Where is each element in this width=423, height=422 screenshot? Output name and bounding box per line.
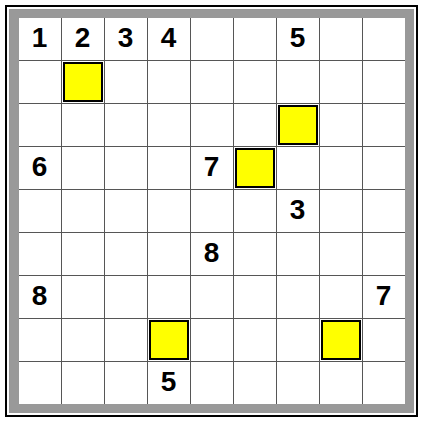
cell-r4c7[interactable] [277, 147, 319, 189]
cell-r3c5[interactable] [191, 104, 233, 146]
clue-number: 5 [290, 24, 306, 52]
puzzle-inner-frame: 123456738875 [9, 9, 414, 413]
clue-number: 7 [376, 282, 392, 310]
cell-r7c5[interactable] [191, 276, 233, 318]
cell-r5c2[interactable] [62, 190, 104, 232]
cell-r5c8[interactable] [320, 190, 362, 232]
cell-r6c8[interactable] [320, 233, 362, 275]
cell-r6c5[interactable]: 8 [191, 233, 233, 275]
cell-r2c2[interactable] [62, 61, 104, 103]
cell-r4c1[interactable]: 6 [19, 147, 61, 189]
cell-r4c3[interactable] [105, 147, 147, 189]
cell-r1c8[interactable] [320, 18, 362, 60]
cell-r5c3[interactable] [105, 190, 147, 232]
cell-r9c6[interactable] [234, 362, 276, 404]
cell-r3c3[interactable] [105, 104, 147, 146]
clue-number: 4 [161, 24, 177, 52]
cell-r7c6[interactable] [234, 276, 276, 318]
cell-r1c5[interactable] [191, 18, 233, 60]
cell-r3c6[interactable] [234, 104, 276, 146]
yellow-highlight-square [235, 148, 275, 188]
clue-number: 5 [161, 368, 177, 396]
cell-r9c2[interactable] [62, 362, 104, 404]
cell-r7c8[interactable] [320, 276, 362, 318]
cell-r2c9[interactable] [363, 61, 405, 103]
clue-number: 6 [32, 153, 48, 181]
cell-r5c1[interactable] [19, 190, 61, 232]
cell-r3c2[interactable] [62, 104, 104, 146]
cell-r5c5[interactable] [191, 190, 233, 232]
cell-r6c7[interactable] [277, 233, 319, 275]
puzzle-outer-frame: 123456738875 [5, 5, 418, 417]
cell-r1c6[interactable] [234, 18, 276, 60]
clue-number: 2 [75, 24, 91, 52]
puzzle-board: 123456738875 [19, 18, 405, 404]
cell-r3c4[interactable] [148, 104, 190, 146]
cell-r4c5[interactable]: 7 [191, 147, 233, 189]
cell-r7c2[interactable] [62, 276, 104, 318]
cell-r6c1[interactable] [19, 233, 61, 275]
cell-r7c4[interactable] [148, 276, 190, 318]
cell-r8c7[interactable] [277, 319, 319, 361]
cell-r1c2[interactable]: 2 [62, 18, 104, 60]
cell-r5c9[interactable] [363, 190, 405, 232]
clue-number: 7 [204, 153, 220, 181]
cell-r4c2[interactable] [62, 147, 104, 189]
cell-r2c5[interactable] [191, 61, 233, 103]
cell-r7c7[interactable] [277, 276, 319, 318]
clue-number: 1 [32, 24, 48, 52]
cell-r3c7[interactable] [277, 104, 319, 146]
cell-r8c1[interactable] [19, 319, 61, 361]
cell-r9c1[interactable] [19, 362, 61, 404]
cell-r2c1[interactable] [19, 61, 61, 103]
cell-r4c4[interactable] [148, 147, 190, 189]
cell-r6c3[interactable] [105, 233, 147, 275]
cell-r6c6[interactable] [234, 233, 276, 275]
cell-r8c9[interactable] [363, 319, 405, 361]
cell-r9c8[interactable] [320, 362, 362, 404]
cell-r8c8[interactable] [320, 319, 362, 361]
cell-r1c9[interactable] [363, 18, 405, 60]
yellow-highlight-square [149, 320, 189, 360]
cell-r1c3[interactable]: 3 [105, 18, 147, 60]
cell-r1c4[interactable]: 4 [148, 18, 190, 60]
cell-r2c6[interactable] [234, 61, 276, 103]
cell-r7c9[interactable]: 7 [363, 276, 405, 318]
cell-r9c4[interactable]: 5 [148, 362, 190, 404]
cell-r8c5[interactable] [191, 319, 233, 361]
cell-r2c4[interactable] [148, 61, 190, 103]
clue-number: 3 [290, 196, 306, 224]
cell-r5c4[interactable] [148, 190, 190, 232]
cell-r6c2[interactable] [62, 233, 104, 275]
cell-r9c3[interactable] [105, 362, 147, 404]
cell-r2c3[interactable] [105, 61, 147, 103]
cell-r9c9[interactable] [363, 362, 405, 404]
cell-r3c9[interactable] [363, 104, 405, 146]
clue-number: 3 [118, 24, 134, 52]
cell-r7c1[interactable]: 8 [19, 276, 61, 318]
cell-r6c9[interactable] [363, 233, 405, 275]
clue-number: 8 [204, 239, 220, 267]
yellow-highlight-square [63, 62, 103, 102]
cell-r8c4[interactable] [148, 319, 190, 361]
cell-r1c1[interactable]: 1 [19, 18, 61, 60]
cell-r3c1[interactable] [19, 104, 61, 146]
cell-r2c7[interactable] [277, 61, 319, 103]
cell-r9c5[interactable] [191, 362, 233, 404]
cell-r5c7[interactable]: 3 [277, 190, 319, 232]
cell-r2c8[interactable] [320, 61, 362, 103]
cell-r8c6[interactable] [234, 319, 276, 361]
cell-r4c6[interactable] [234, 147, 276, 189]
cell-r5c6[interactable] [234, 190, 276, 232]
cell-r6c4[interactable] [148, 233, 190, 275]
cell-r7c3[interactable] [105, 276, 147, 318]
yellow-highlight-square [278, 105, 318, 145]
cell-r3c8[interactable] [320, 104, 362, 146]
cell-r8c3[interactable] [105, 319, 147, 361]
yellow-highlight-square [321, 320, 361, 360]
cell-r8c2[interactable] [62, 319, 104, 361]
cell-r4c9[interactable] [363, 147, 405, 189]
cell-r4c8[interactable] [320, 147, 362, 189]
cell-r1c7[interactable]: 5 [277, 18, 319, 60]
clue-number: 8 [32, 282, 48, 310]
cell-r9c7[interactable] [277, 362, 319, 404]
